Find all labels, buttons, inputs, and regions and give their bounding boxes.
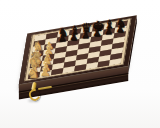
piece-white-P-b1[interactable]: ♟ xyxy=(40,67,50,78)
clasp-plate xyxy=(38,86,52,91)
piece-white-N-a1[interactable]: ♞ xyxy=(28,67,40,81)
piece-black-P-e7[interactable]: ♟ xyxy=(81,30,90,40)
piece-black-P-f7[interactable]: ♟ xyxy=(93,28,102,38)
piece-black-P-d7[interactable]: ♟ xyxy=(70,32,79,42)
piece-black-P-g7[interactable]: ♟ xyxy=(104,26,113,36)
piece-black-P-c7[interactable]: ♟ xyxy=(58,34,67,44)
brass-clasp-latch[interactable] xyxy=(26,82,56,101)
travel-chess-set-photo: ♞♝♛♚♝♞♟♟♟♟♟♟♞♟♝♟♛♟♚♟♝♟♞♟ xyxy=(0,0,160,128)
piece-black-P-h7[interactable]: ♟ xyxy=(116,24,125,34)
